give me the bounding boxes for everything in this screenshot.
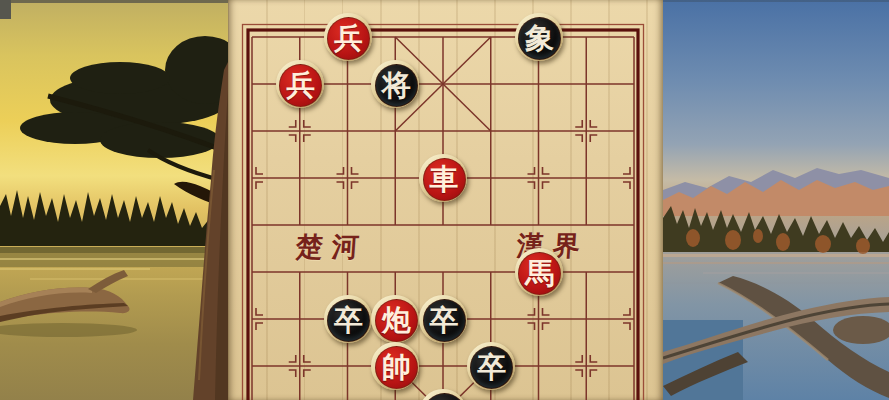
piece-red-馬[interactable]: 馬	[515, 248, 563, 296]
piece-glyph: 馬	[525, 259, 554, 288]
piece-red-帥[interactable]: 帥	[371, 342, 419, 390]
water-streak	[703, 272, 889, 274]
piece-glyph: 卒	[334, 306, 363, 335]
piece-face: 炮	[375, 299, 418, 342]
photo-edge-artifact	[663, 0, 889, 2]
screenshot-root: 楚河 漢界 兵象兵将車馬卒炮卒帥卒	[0, 0, 889, 400]
piece-red-炮[interactable]: 炮	[371, 295, 419, 343]
piece-glyph: 車	[430, 165, 459, 194]
piece-red-兵[interactable]: 兵	[276, 60, 324, 108]
piece-glyph: 兵	[286, 71, 315, 100]
piece-face: 象	[518, 17, 561, 60]
piece-glyph: 将	[382, 71, 411, 100]
piece-glyph: 卒	[477, 353, 506, 382]
piece-red-兵[interactable]: 兵	[324, 13, 372, 61]
background-photo-right	[663, 0, 889, 400]
piece-black-卒[interactable]: 卒	[324, 295, 372, 343]
water-streak	[30, 278, 228, 280]
water-streak	[0, 268, 150, 270]
piece-face: 車	[423, 158, 466, 201]
piece-glyph: 兵	[334, 24, 363, 53]
treeline-silhouette	[0, 190, 228, 246]
piece-glyph: 帥	[382, 353, 411, 382]
piece-glyph: 卒	[430, 306, 459, 335]
piece-face: 帥	[375, 346, 418, 389]
piece-face: 馬	[518, 252, 561, 295]
river-label-chu-he: 楚河	[295, 229, 370, 265]
piece-black-卒[interactable]: 卒	[419, 295, 467, 343]
piece-face: 兵	[279, 64, 322, 107]
treeline-reflection-blur	[0, 247, 228, 267]
piece-face: 兵	[327, 17, 370, 60]
piece-glyph: 炮	[382, 306, 411, 335]
piece-face: 卒	[327, 299, 370, 342]
background-photo-left	[0, 0, 228, 400]
piece-face: 卒	[470, 346, 513, 389]
water-streak	[663, 254, 889, 257]
piece-black-将[interactable]: 将	[371, 60, 419, 108]
piece-black-卒[interactable]: 卒	[467, 342, 515, 390]
piece-face: 卒	[423, 299, 466, 342]
photo-corner-artifact	[0, 0, 11, 19]
water-streak	[0, 258, 228, 260]
driftwood-branch	[0, 270, 137, 337]
piece-glyph: 象	[525, 24, 554, 53]
piece-face: 将	[375, 64, 418, 107]
water-streak	[663, 282, 889, 284]
photo-edge-artifact	[0, 0, 228, 3]
water-streak	[663, 262, 889, 264]
piece-black-象[interactable]: 象	[515, 13, 563, 61]
piece-red-車[interactable]: 車	[419, 154, 467, 202]
